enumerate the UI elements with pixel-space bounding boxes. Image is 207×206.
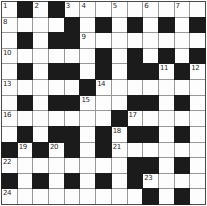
cell-8-12[interactable]	[175, 111, 190, 126]
black-cell-4-11	[159, 49, 174, 64]
black-cell-9-2	[18, 127, 33, 142]
cell-2-10[interactable]	[143, 18, 158, 33]
cell-8-5[interactable]	[65, 111, 80, 126]
black-cell-9-10	[143, 127, 158, 142]
cell-4-10[interactable]	[143, 49, 158, 64]
black-cell-3-4	[49, 33, 64, 48]
black-cell-7-9	[128, 96, 143, 111]
clue-number-23: 23	[144, 174, 152, 182]
cell-4-3[interactable]	[33, 49, 48, 64]
black-cell-12-5	[65, 174, 80, 189]
cell-3-13[interactable]	[190, 33, 205, 48]
black-cell-4-7	[96, 49, 111, 64]
cell-11-4[interactable]	[49, 158, 64, 173]
cell-6-3[interactable]	[33, 80, 48, 95]
cell-9-6[interactable]	[80, 127, 95, 142]
cell-10-12[interactable]	[175, 143, 190, 158]
cell-11-11[interactable]	[159, 158, 174, 173]
black-cell-10-1	[2, 143, 17, 158]
clue-number-8: 8	[3, 18, 7, 26]
cell-3-9[interactable]	[128, 33, 143, 48]
crossword-grid: 123456789101112131415161718192021222324	[1, 1, 206, 205]
cell-12-11[interactable]	[159, 174, 174, 189]
black-cell-5-7	[96, 64, 111, 79]
cell-1-3[interactable]: 2	[33, 2, 48, 17]
cell-3-3[interactable]	[33, 33, 48, 48]
cell-4-4[interactable]	[49, 49, 64, 64]
clue-number-21: 21	[113, 143, 121, 151]
cell-8-11[interactable]	[159, 111, 174, 126]
black-cell-12-1	[2, 174, 17, 189]
cell-9-1[interactable]	[2, 127, 17, 142]
cell-9-11[interactable]	[159, 127, 174, 142]
black-cell-7-12	[175, 96, 190, 111]
cell-5-11[interactable]: 11	[159, 64, 174, 79]
cell-6-9[interactable]	[128, 80, 143, 95]
cell-6-11[interactable]	[159, 80, 174, 95]
black-cell-7-4	[49, 96, 64, 111]
clue-number-10: 10	[3, 49, 11, 57]
black-cell-1-2	[18, 2, 33, 17]
cell-3-7[interactable]	[96, 33, 111, 48]
cell-1-1[interactable]: 1	[2, 2, 17, 17]
cell-4-2[interactable]	[18, 49, 33, 64]
black-cell-9-5	[65, 127, 80, 142]
cell-13-11[interactable]	[159, 189, 174, 204]
black-cell-11-9	[128, 158, 143, 173]
cell-12-6[interactable]	[80, 174, 95, 189]
cell-1-9[interactable]	[128, 2, 143, 17]
black-cell-9-7	[96, 127, 111, 142]
cell-13-6[interactable]	[80, 189, 95, 204]
cell-2-3[interactable]	[33, 18, 48, 33]
cell-9-3[interactable]	[33, 127, 48, 142]
black-cell-8-8	[112, 111, 127, 126]
cell-5-1[interactable]	[2, 64, 17, 79]
cell-6-1[interactable]: 13	[2, 80, 17, 95]
black-cell-13-12	[175, 189, 190, 204]
cell-1-10[interactable]: 6	[143, 2, 158, 17]
cell-8-7[interactable]	[96, 111, 111, 126]
cell-5-8[interactable]	[112, 64, 127, 79]
black-cell-9-9	[128, 127, 143, 142]
black-cell-3-5	[65, 33, 80, 48]
clue-number-13: 13	[3, 80, 11, 88]
black-cell-7-2	[18, 96, 33, 111]
clue-number-9: 9	[81, 33, 85, 41]
black-cell-11-12	[175, 158, 190, 173]
cell-2-4[interactable]	[49, 18, 64, 33]
clue-number-6: 6	[144, 2, 148, 10]
cell-10-8[interactable]: 21	[112, 143, 127, 158]
cell-10-9[interactable]	[128, 143, 143, 158]
cell-8-10[interactable]	[143, 111, 158, 126]
black-cell-4-9	[128, 49, 143, 64]
black-cell-6-6	[80, 80, 95, 95]
cell-6-4[interactable]	[49, 80, 64, 95]
cell-4-1[interactable]: 10	[2, 49, 17, 64]
black-cell-9-4	[49, 127, 64, 142]
cell-7-6[interactable]: 15	[80, 96, 95, 111]
cell-11-1[interactable]: 22	[2, 158, 17, 173]
cell-10-4[interactable]: 20	[49, 143, 64, 158]
cell-2-8[interactable]	[112, 18, 127, 33]
cell-3-6[interactable]: 9	[80, 33, 95, 48]
black-cell-7-5	[65, 96, 80, 111]
cell-8-9[interactable]: 17	[128, 111, 143, 126]
cell-6-8[interactable]	[112, 80, 127, 95]
cell-5-3[interactable]	[33, 64, 48, 79]
black-cell-10-7	[96, 143, 111, 158]
cell-12-8[interactable]	[112, 174, 127, 189]
cell-13-8[interactable]	[112, 189, 127, 204]
clue-number-14: 14	[97, 80, 105, 88]
cell-12-4[interactable]	[49, 174, 64, 189]
cell-8-3[interactable]	[33, 111, 48, 126]
clue-number-2: 2	[34, 2, 38, 10]
cell-6-2[interactable]	[18, 80, 33, 95]
black-cell-12-9	[128, 174, 143, 189]
cell-1-12[interactable]: 7	[175, 2, 190, 17]
cell-12-2[interactable]	[18, 174, 33, 189]
clue-number-24: 24	[3, 189, 11, 197]
clue-number-16: 16	[3, 111, 11, 119]
clue-number-7: 7	[176, 2, 180, 10]
cell-2-2[interactable]	[18, 18, 33, 33]
cell-11-8[interactable]	[112, 158, 127, 173]
cell-13-4[interactable]	[49, 189, 64, 204]
cell-3-12[interactable]	[175, 33, 190, 48]
cell-6-12[interactable]	[175, 80, 190, 95]
clue-number-3: 3	[66, 2, 70, 10]
cell-3-1[interactable]	[2, 33, 17, 48]
cell-1-8[interactable]: 5	[112, 2, 127, 17]
cell-3-8[interactable]	[112, 33, 127, 48]
cell-10-6[interactable]	[80, 143, 95, 158]
clue-number-11: 11	[160, 64, 168, 72]
black-cell-3-2	[18, 33, 33, 48]
black-cell-5-10	[143, 64, 158, 79]
cell-10-10[interactable]	[143, 143, 158, 158]
cell-13-2[interactable]	[18, 189, 33, 204]
black-cell-10-3	[33, 143, 48, 158]
clue-number-5: 5	[113, 2, 117, 10]
cell-7-3[interactable]	[33, 96, 48, 111]
black-cell-5-4	[49, 64, 64, 79]
black-cell-9-12	[175, 127, 190, 142]
cell-13-9[interactable]	[128, 189, 143, 204]
cell-13-5[interactable]	[65, 189, 80, 204]
cell-4-12[interactable]	[175, 49, 190, 64]
black-cell-4-13	[190, 49, 205, 64]
clue-number-12: 12	[191, 64, 199, 72]
cell-8-1[interactable]: 16	[2, 111, 17, 126]
cell-1-5[interactable]: 3	[65, 2, 80, 17]
cell-8-4[interactable]	[49, 111, 64, 126]
cell-8-6[interactable]	[80, 111, 95, 126]
black-cell-7-10	[143, 96, 158, 111]
clue-number-17: 17	[129, 111, 137, 119]
cell-5-6[interactable]	[80, 64, 95, 79]
cell-4-8[interactable]	[112, 49, 127, 64]
clue-number-19: 19	[19, 143, 27, 151]
cell-7-13[interactable]	[190, 96, 205, 111]
cell-13-13[interactable]	[190, 189, 205, 204]
black-cell-12-7	[96, 174, 111, 189]
black-cell-2-5	[65, 18, 80, 33]
cell-11-13[interactable]	[190, 158, 205, 173]
cell-6-7[interactable]: 14	[96, 80, 111, 95]
cell-11-3[interactable]	[33, 158, 48, 173]
cell-8-13[interactable]	[190, 111, 205, 126]
black-cell-2-9	[128, 18, 143, 33]
cell-6-10[interactable]	[143, 80, 158, 95]
cell-12-12[interactable]	[175, 174, 190, 189]
black-cell-5-2	[18, 64, 33, 79]
cell-3-11[interactable]	[159, 33, 174, 48]
cell-2-12[interactable]	[175, 18, 190, 33]
cell-2-1[interactable]: 8	[2, 18, 17, 33]
black-cell-10-5	[65, 143, 80, 158]
cell-9-13[interactable]	[190, 127, 205, 142]
black-cell-2-11	[159, 18, 174, 33]
clue-number-20: 20	[50, 143, 58, 151]
cell-11-5[interactable]	[65, 158, 80, 173]
black-cell-2-7	[96, 18, 111, 33]
cell-8-2[interactable]	[18, 111, 33, 126]
cell-9-8[interactable]: 18	[112, 127, 127, 142]
cell-3-10[interactable]	[143, 33, 158, 48]
cell-10-13[interactable]	[190, 143, 205, 158]
cell-7-8[interactable]	[112, 96, 127, 111]
black-cell-1-4	[49, 2, 64, 17]
cell-7-1[interactable]	[2, 96, 17, 111]
cell-11-6[interactable]	[80, 158, 95, 173]
clue-number-4: 4	[81, 2, 85, 10]
cell-6-13[interactable]	[190, 80, 205, 95]
black-cell-5-9	[128, 64, 143, 79]
cell-12-10[interactable]: 23	[143, 174, 158, 189]
cell-13-1[interactable]: 24	[2, 189, 17, 204]
cell-13-3[interactable]	[33, 189, 48, 204]
cell-7-11[interactable]	[159, 96, 174, 111]
clue-number-18: 18	[113, 127, 121, 135]
black-cell-13-10	[143, 189, 158, 204]
cell-7-7[interactable]	[96, 96, 111, 111]
black-cell-11-10	[143, 158, 158, 173]
black-cell-5-12	[175, 64, 190, 79]
cell-1-6[interactable]: 4	[80, 2, 95, 17]
cell-1-7[interactable]	[96, 2, 111, 17]
cell-11-7[interactable]	[96, 158, 111, 173]
black-cell-2-13	[190, 18, 205, 33]
cell-2-6[interactable]	[80, 18, 95, 33]
cell-1-11[interactable]	[159, 2, 174, 17]
cell-4-5[interactable]	[65, 49, 80, 64]
clue-number-22: 22	[3, 158, 11, 166]
black-cell-12-3	[33, 174, 48, 189]
cell-4-6[interactable]	[80, 49, 95, 64]
cell-5-13[interactable]: 12	[190, 64, 205, 79]
black-cell-5-5	[65, 64, 80, 79]
clue-number-15: 15	[81, 96, 89, 104]
cell-13-7[interactable]	[96, 189, 111, 204]
cell-11-2[interactable]	[18, 158, 33, 173]
cell-10-2[interactable]: 19	[18, 143, 33, 158]
cell-12-13[interactable]	[190, 174, 205, 189]
cell-6-5[interactable]	[65, 80, 80, 95]
clue-number-1: 1	[3, 2, 7, 10]
crossword-board: 123456789101112131415161718192021222324	[0, 0, 207, 206]
cell-1-13[interactable]	[190, 2, 205, 17]
cell-10-11[interactable]	[159, 143, 174, 158]
